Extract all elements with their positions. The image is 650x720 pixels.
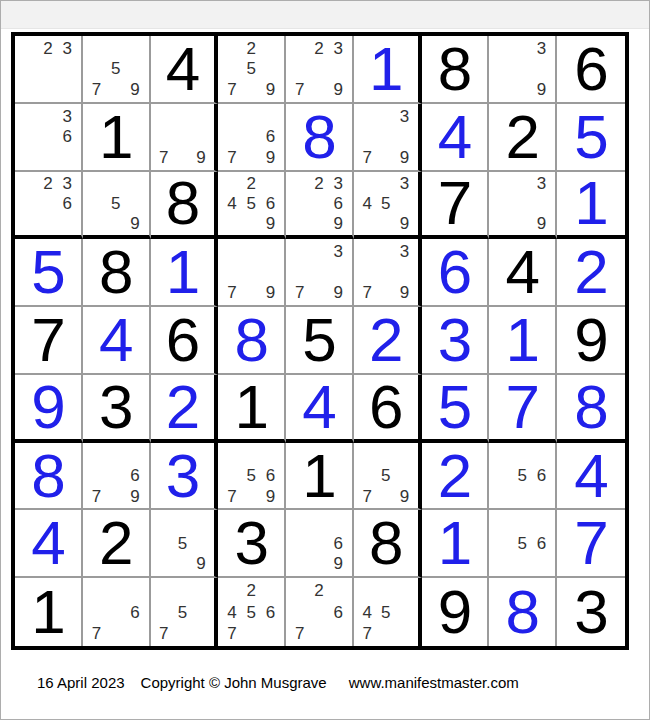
cell-r1c6[interactable]: 1 bbox=[354, 36, 422, 104]
given-digit: 6 bbox=[166, 309, 199, 371]
given-digit: 3 bbox=[234, 512, 267, 574]
cell-r9c7[interactable]: 9 bbox=[422, 578, 490, 646]
given-digit: 6 bbox=[574, 38, 607, 100]
cell-r8c6[interactable]: 8 bbox=[354, 510, 422, 578]
pencil-slot-8 bbox=[242, 623, 261, 644]
pencil-slot-1 bbox=[290, 38, 309, 59]
pencil-slot-5: 5 bbox=[106, 193, 125, 213]
cell-r9c9[interactable]: 3 bbox=[557, 578, 625, 646]
pencil-slot-2: 2 bbox=[242, 580, 261, 601]
cell-r4c6[interactable]: 379 bbox=[354, 239, 422, 307]
cell-r1c4[interactable]: 2579 bbox=[218, 36, 286, 104]
pencil-slot-1 bbox=[358, 445, 377, 466]
pencil-slot-2 bbox=[309, 512, 328, 533]
cell-r2c5[interactable]: 8 bbox=[286, 104, 354, 172]
pencil-slot-8 bbox=[106, 79, 125, 100]
pencil-slot-6 bbox=[395, 126, 414, 147]
pencil-slot-6: 6 bbox=[58, 193, 77, 213]
cell-r3c5[interactable]: 2369 bbox=[286, 172, 354, 240]
pencil-slot-2: 2 bbox=[242, 174, 261, 194]
pencil-slot-5 bbox=[106, 601, 125, 622]
pencil-slot-2 bbox=[376, 106, 395, 127]
pencil-slot-2: 2 bbox=[242, 38, 261, 59]
solved-digit: 5 bbox=[574, 106, 607, 168]
pencil-slot-5 bbox=[513, 59, 532, 80]
cell-r8c9[interactable]: 7 bbox=[557, 510, 625, 578]
pencil-slot-2 bbox=[38, 106, 57, 127]
pencil-marks: 36 bbox=[15, 104, 81, 170]
pencil-slot-4 bbox=[222, 59, 241, 80]
pencil-slot-4 bbox=[493, 59, 512, 80]
pencil-marks: 79 bbox=[151, 104, 215, 170]
pencil-slot-4 bbox=[87, 193, 106, 213]
pencil-slot-6: 6 bbox=[261, 465, 280, 486]
cell-r4c8[interactable]: 4 bbox=[489, 239, 557, 307]
pencil-slot-6: 6 bbox=[125, 465, 144, 486]
cell-r4c2[interactable]: 8 bbox=[83, 239, 151, 307]
pencil-slot-4: 4 bbox=[222, 193, 241, 213]
pencil-slot-9: 9 bbox=[261, 283, 280, 304]
cell-r1c8[interactable]: 39 bbox=[489, 36, 557, 104]
given-digit: 7 bbox=[438, 172, 471, 234]
pencil-slot-1 bbox=[222, 38, 241, 59]
pencil-slot-3 bbox=[261, 174, 280, 194]
pencil-slot-6 bbox=[395, 465, 414, 486]
given-digit: 3 bbox=[574, 581, 607, 643]
cell-r7c3[interactable]: 3 bbox=[151, 443, 219, 511]
pencil-slot-8 bbox=[242, 147, 261, 168]
pencil-slot-6 bbox=[125, 59, 144, 80]
pencil-slot-3: 3 bbox=[329, 38, 348, 59]
pencil-slot-6 bbox=[395, 601, 414, 622]
pencil-slot-1 bbox=[222, 106, 241, 127]
pencil-marks: 56 bbox=[489, 443, 555, 509]
pencil-slot-3 bbox=[192, 106, 211, 127]
given-digit: 1 bbox=[302, 445, 335, 507]
cell-r3c2[interactable]: 59 bbox=[83, 172, 151, 240]
pencil-slot-3 bbox=[261, 580, 280, 601]
solved-digit: 8 bbox=[31, 445, 64, 507]
cell-r3c7[interactable]: 7 bbox=[422, 172, 490, 240]
given-digit: 4 bbox=[506, 241, 539, 303]
pencil-slot-3: 3 bbox=[532, 174, 551, 194]
pencil-slot-8 bbox=[376, 213, 395, 233]
pencil-slot-2 bbox=[242, 106, 261, 127]
cell-r7c1[interactable]: 8 bbox=[15, 443, 83, 511]
solved-digit: 9 bbox=[31, 376, 64, 438]
pencil-slot-8 bbox=[309, 79, 328, 100]
pencil-slot-4 bbox=[155, 533, 174, 554]
pencil-slot-9 bbox=[125, 623, 144, 644]
pencil-slot-8 bbox=[513, 213, 532, 233]
pencil-slot-8 bbox=[513, 486, 532, 507]
pencil-slot-2 bbox=[242, 445, 261, 466]
cell-r4c1[interactable]: 5 bbox=[15, 239, 83, 307]
pencil-slot-8 bbox=[242, 79, 261, 100]
given-digit: 6 bbox=[369, 376, 402, 438]
pencil-slot-6: 6 bbox=[261, 126, 280, 147]
cell-r8c7[interactable]: 1 bbox=[422, 510, 490, 578]
cell-r7c9[interactable]: 4 bbox=[557, 443, 625, 511]
cell-r5c3[interactable]: 6 bbox=[151, 307, 219, 375]
cell-r4c4[interactable]: 79 bbox=[218, 239, 286, 307]
cell-r7c8[interactable]: 56 bbox=[489, 443, 557, 511]
solved-digit: 1 bbox=[369, 38, 402, 100]
pencil-slot-6: 6 bbox=[329, 193, 348, 213]
pencil-slot-1 bbox=[358, 241, 377, 262]
cell-r2c8[interactable]: 2 bbox=[489, 104, 557, 172]
cell-r2c1[interactable]: 36 bbox=[15, 104, 83, 172]
cell-r3c3[interactable]: 8 bbox=[151, 172, 219, 240]
pencil-slot-6 bbox=[192, 126, 211, 147]
cell-r3c9[interactable]: 1 bbox=[557, 172, 625, 240]
pencil-slot-7: 7 bbox=[358, 283, 377, 304]
pencil-slot-4 bbox=[19, 126, 38, 147]
solved-digit: 7 bbox=[574, 512, 607, 574]
cell-r2c2[interactable]: 1 bbox=[83, 104, 151, 172]
pencil-slot-4 bbox=[222, 262, 241, 283]
pencil-slot-9: 9 bbox=[395, 213, 414, 233]
pencil-slot-8 bbox=[376, 486, 395, 507]
pencil-marks: 39 bbox=[489, 36, 555, 102]
cell-r9c8[interactable]: 8 bbox=[489, 578, 557, 646]
pencil-slot-6 bbox=[395, 193, 414, 213]
pencil-slot-8 bbox=[242, 213, 261, 233]
pencil-slot-5 bbox=[309, 601, 328, 622]
pencil-slot-1 bbox=[358, 580, 377, 601]
solved-digit: 2 bbox=[574, 241, 607, 303]
cell-r1c7[interactable]: 8 bbox=[422, 36, 490, 104]
pencil-slot-1 bbox=[290, 580, 309, 601]
cell-r7c5[interactable]: 1 bbox=[286, 443, 354, 511]
pencil-slot-2: 2 bbox=[309, 174, 328, 194]
cell-r7c2[interactable]: 679 bbox=[83, 443, 151, 511]
pencil-marks: 679 bbox=[218, 104, 284, 170]
given-digit: 4 bbox=[166, 38, 199, 100]
pencil-marks: 59 bbox=[151, 510, 215, 576]
cell-r7c7[interactable]: 2 bbox=[422, 443, 490, 511]
pencil-slot-8 bbox=[38, 147, 57, 168]
solved-digit: 8 bbox=[574, 376, 607, 438]
pencil-slot-3 bbox=[125, 580, 144, 601]
cell-r1c5[interactable]: 2379 bbox=[286, 36, 354, 104]
cell-r3c8[interactable]: 39 bbox=[489, 172, 557, 240]
pencil-slot-1 bbox=[222, 445, 241, 466]
pencil-slot-1 bbox=[155, 106, 174, 127]
cell-r3c6[interactable]: 3459 bbox=[354, 172, 422, 240]
pencil-slot-8 bbox=[173, 623, 192, 644]
pencil-slot-2 bbox=[376, 241, 395, 262]
pencil-slot-6: 6 bbox=[261, 193, 280, 213]
pencil-slot-5 bbox=[309, 193, 328, 213]
pencil-slot-8 bbox=[173, 147, 192, 168]
solved-digit: 6 bbox=[438, 241, 471, 303]
pencil-slot-4 bbox=[155, 126, 174, 147]
pencil-slot-8 bbox=[38, 213, 57, 233]
cell-r1c3[interactable]: 4 bbox=[151, 36, 219, 104]
pencil-slot-8 bbox=[309, 623, 328, 644]
cell-r5c4[interactable]: 8 bbox=[218, 307, 286, 375]
cell-r9c2[interactable]: 67 bbox=[83, 578, 151, 646]
pencil-slot-8 bbox=[106, 623, 125, 644]
pencil-slot-1 bbox=[290, 174, 309, 194]
pencil-slot-2 bbox=[513, 445, 532, 466]
pencil-slot-6: 6 bbox=[532, 533, 551, 554]
pencil-slot-6 bbox=[329, 262, 348, 283]
pencil-slot-9: 9 bbox=[395, 283, 414, 304]
pencil-slot-2 bbox=[242, 241, 261, 262]
pencil-slot-3: 3 bbox=[395, 106, 414, 127]
pencil-slot-5 bbox=[38, 59, 57, 80]
solved-digit: 3 bbox=[166, 445, 199, 507]
pencil-slot-5: 5 bbox=[376, 193, 395, 213]
pencil-slot-1 bbox=[19, 174, 38, 194]
pencil-slot-7: 7 bbox=[290, 283, 309, 304]
pencil-marks: 67 bbox=[83, 578, 149, 646]
pencil-slot-3 bbox=[125, 38, 144, 59]
cell-r6c6[interactable]: 6 bbox=[354, 375, 422, 443]
board-area: 2357942579237918396361796798379425236598… bbox=[1, 29, 649, 650]
cell-r6c9[interactable]: 8 bbox=[557, 375, 625, 443]
pencil-slot-2: 2 bbox=[38, 174, 57, 194]
cell-r4c5[interactable]: 379 bbox=[286, 239, 354, 307]
given-digit: 8 bbox=[369, 512, 402, 574]
solved-digit: 4 bbox=[438, 106, 471, 168]
pencil-slot-2 bbox=[106, 174, 125, 194]
cell-r5c2[interactable]: 4 bbox=[83, 307, 151, 375]
cell-r6c3[interactable]: 2 bbox=[151, 375, 219, 443]
pencil-slot-5 bbox=[309, 59, 328, 80]
cell-r4c9[interactable]: 2 bbox=[557, 239, 625, 307]
pencil-slot-8 bbox=[513, 554, 532, 575]
pencil-slot-1 bbox=[222, 580, 241, 601]
solved-digit: 1 bbox=[574, 172, 607, 234]
cell-r8c8[interactable]: 56 bbox=[489, 510, 557, 578]
pencil-slot-2 bbox=[513, 38, 532, 59]
pencil-marks: 79 bbox=[218, 239, 284, 305]
pencil-slot-4 bbox=[87, 465, 106, 486]
cell-r6c4[interactable]: 1 bbox=[218, 375, 286, 443]
given-digit: 2 bbox=[99, 512, 132, 574]
pencil-slot-3 bbox=[261, 38, 280, 59]
solved-digit: 8 bbox=[234, 309, 267, 371]
pencil-slot-7: 7 bbox=[222, 486, 241, 507]
cell-r5c9[interactable]: 9 bbox=[557, 307, 625, 375]
pencil-slot-9: 9 bbox=[125, 213, 144, 233]
cell-r4c7[interactable]: 6 bbox=[422, 239, 490, 307]
pencil-slot-3: 3 bbox=[329, 241, 348, 262]
pencil-slot-4 bbox=[493, 193, 512, 213]
pencil-slot-9: 9 bbox=[395, 486, 414, 507]
cell-r7c6[interactable]: 579 bbox=[354, 443, 422, 511]
pencil-slot-8 bbox=[38, 79, 57, 100]
pencil-slot-3: 3 bbox=[58, 174, 77, 194]
pencil-slot-5 bbox=[106, 465, 125, 486]
given-digit: 1 bbox=[31, 581, 64, 643]
pencil-marks: 56 bbox=[489, 510, 555, 576]
pencil-slot-7 bbox=[493, 554, 512, 575]
cell-r8c4[interactable]: 3 bbox=[218, 510, 286, 578]
cell-r5c6[interactable]: 2 bbox=[354, 307, 422, 375]
pencil-slot-7: 7 bbox=[87, 623, 106, 644]
solved-digit: 1 bbox=[506, 309, 539, 371]
pencil-slot-1 bbox=[155, 512, 174, 533]
pencil-slot-9: 9 bbox=[532, 79, 551, 100]
pencil-slot-1 bbox=[358, 174, 377, 194]
cell-r8c5[interactable]: 69 bbox=[286, 510, 354, 578]
pencil-slot-4 bbox=[290, 262, 309, 283]
pencil-marks: 579 bbox=[354, 443, 418, 509]
pencil-slot-3: 3 bbox=[58, 106, 77, 127]
cell-r2c9[interactable]: 5 bbox=[557, 104, 625, 172]
pencil-slot-8 bbox=[309, 554, 328, 575]
pencil-slot-2 bbox=[106, 580, 125, 601]
pencil-slot-7: 7 bbox=[87, 79, 106, 100]
pencil-slot-6 bbox=[261, 262, 280, 283]
pencil-slot-3 bbox=[125, 445, 144, 466]
pencil-slot-5 bbox=[242, 262, 261, 283]
solved-digit: 5 bbox=[438, 376, 471, 438]
pencil-slot-2 bbox=[173, 580, 192, 601]
pencil-slot-2 bbox=[106, 445, 125, 466]
pencil-slot-4 bbox=[290, 533, 309, 554]
cell-r2c4[interactable]: 679 bbox=[218, 104, 286, 172]
pencil-slot-8 bbox=[173, 554, 192, 575]
solved-digit: 5 bbox=[31, 241, 64, 303]
pencil-slot-2 bbox=[376, 445, 395, 466]
pencil-slot-9 bbox=[532, 486, 551, 507]
cell-r8c3[interactable]: 59 bbox=[151, 510, 219, 578]
pencil-slot-1 bbox=[222, 241, 241, 262]
pencil-slot-5 bbox=[242, 126, 261, 147]
pencil-slot-9: 9 bbox=[532, 213, 551, 233]
pencil-slot-7: 7 bbox=[222, 283, 241, 304]
pencil-marks: 379 bbox=[354, 239, 418, 305]
given-digit: 1 bbox=[99, 106, 132, 168]
pencil-slot-4 bbox=[493, 533, 512, 554]
title-bar bbox=[1, 1, 649, 29]
pencil-slot-5: 5 bbox=[106, 59, 125, 80]
pencil-slot-7: 7 bbox=[222, 79, 241, 100]
pencil-slot-5 bbox=[513, 193, 532, 213]
pencil-slot-5 bbox=[309, 533, 328, 554]
cell-r2c6[interactable]: 379 bbox=[354, 104, 422, 172]
cell-r6c2[interactable]: 3 bbox=[83, 375, 151, 443]
pencil-slot-1 bbox=[493, 512, 512, 533]
pencil-slot-9: 9 bbox=[192, 554, 211, 575]
pencil-slot-2 bbox=[376, 580, 395, 601]
pencil-slot-4: 4 bbox=[358, 193, 377, 213]
cell-r6c7[interactable]: 5 bbox=[422, 375, 490, 443]
given-digit: 8 bbox=[99, 241, 132, 303]
cell-r2c7[interactable]: 4 bbox=[422, 104, 490, 172]
given-digit: 2 bbox=[506, 106, 539, 168]
pencil-slot-5: 5 bbox=[513, 465, 532, 486]
cell-r9c3[interactable]: 57 bbox=[151, 578, 219, 646]
pencil-slot-4 bbox=[290, 59, 309, 80]
cell-r8c1[interactable]: 4 bbox=[15, 510, 83, 578]
pencil-slot-4 bbox=[222, 465, 241, 486]
pencil-slot-8 bbox=[309, 213, 328, 233]
cell-r6c1[interactable]: 9 bbox=[15, 375, 83, 443]
pencil-slot-3 bbox=[395, 445, 414, 466]
cell-r9c5[interactable]: 267 bbox=[286, 578, 354, 646]
pencil-slot-2 bbox=[376, 174, 395, 194]
pencil-slot-1 bbox=[19, 38, 38, 59]
pencil-slot-6 bbox=[192, 601, 211, 622]
pencil-marks: 23 bbox=[15, 36, 81, 102]
solved-digit: 4 bbox=[99, 309, 132, 371]
cell-r8c2[interactable]: 2 bbox=[83, 510, 151, 578]
given-digit: 7 bbox=[31, 309, 64, 371]
cell-r5c7[interactable]: 3 bbox=[422, 307, 490, 375]
cell-r5c8[interactable]: 1 bbox=[489, 307, 557, 375]
given-digit: 9 bbox=[574, 309, 607, 371]
solved-digit: 2 bbox=[438, 445, 471, 507]
cell-r6c5[interactable]: 4 bbox=[286, 375, 354, 443]
cell-r3c4[interactable]: 24569 bbox=[218, 172, 286, 240]
given-digit: 9 bbox=[438, 581, 471, 643]
pencil-slot-1 bbox=[358, 106, 377, 127]
solved-digit: 1 bbox=[438, 512, 471, 574]
footer: 16 April 2023Copyright © John Musgraveww… bbox=[1, 674, 649, 691]
pencil-marks: 2579 bbox=[218, 36, 284, 102]
pencil-slot-1 bbox=[290, 512, 309, 533]
cell-r4c3[interactable]: 1 bbox=[151, 239, 219, 307]
pencil-slot-5 bbox=[38, 126, 57, 147]
cell-r1c2[interactable]: 579 bbox=[83, 36, 151, 104]
pencil-slot-3 bbox=[395, 580, 414, 601]
cell-r5c5[interactable]: 5 bbox=[286, 307, 354, 375]
pencil-slot-7 bbox=[493, 213, 512, 233]
pencil-slot-2 bbox=[513, 512, 532, 533]
cell-r6c8[interactable]: 7 bbox=[489, 375, 557, 443]
footer-date: 16 April 2023 bbox=[37, 674, 125, 691]
pencil-slot-9 bbox=[395, 623, 414, 644]
pencil-slot-1 bbox=[493, 174, 512, 194]
cell-r9c1[interactable]: 1 bbox=[15, 578, 83, 646]
pencil-slot-3 bbox=[125, 174, 144, 194]
pencil-slot-1 bbox=[87, 580, 106, 601]
cell-r9c6[interactable]: 457 bbox=[354, 578, 422, 646]
pencil-slot-8 bbox=[376, 283, 395, 304]
pencil-slot-7: 7 bbox=[222, 623, 241, 644]
cell-r9c4[interactable]: 24567 bbox=[218, 578, 286, 646]
pencil-slot-9: 9 bbox=[329, 213, 348, 233]
cell-r5c1[interactable]: 7 bbox=[15, 307, 83, 375]
cell-r3c1[interactable]: 236 bbox=[15, 172, 83, 240]
cell-r2c3[interactable]: 79 bbox=[151, 104, 219, 172]
pencil-slot-7: 7 bbox=[358, 147, 377, 168]
cell-r7c4[interactable]: 5679 bbox=[218, 443, 286, 511]
pencil-slot-2: 2 bbox=[38, 38, 57, 59]
cell-r1c1[interactable]: 23 bbox=[15, 36, 83, 104]
pencil-slot-3 bbox=[192, 512, 211, 533]
pencil-slot-9 bbox=[58, 79, 77, 100]
pencil-slot-4 bbox=[358, 465, 377, 486]
pencil-slot-4 bbox=[290, 193, 309, 213]
pencil-marks: 379 bbox=[286, 239, 352, 305]
pencil-marks: 3459 bbox=[354, 172, 418, 236]
pencil-slot-9: 9 bbox=[395, 147, 414, 168]
pencil-slot-9: 9 bbox=[329, 79, 348, 100]
cell-r1c9[interactable]: 6 bbox=[557, 36, 625, 104]
pencil-slot-4 bbox=[290, 601, 309, 622]
solved-digit: 7 bbox=[506, 376, 539, 438]
pencil-slot-6 bbox=[192, 533, 211, 554]
pencil-marks: 267 bbox=[286, 578, 352, 646]
pencil-slot-5 bbox=[173, 126, 192, 147]
